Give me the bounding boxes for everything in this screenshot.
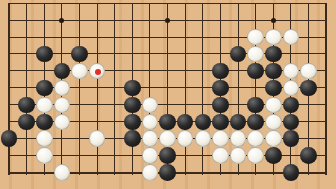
black-stone [265,46,282,63]
horizontal-grid-line [8,3,327,4]
white-stone [142,147,159,164]
white-stone [247,29,264,46]
white-stone [265,97,282,114]
black-stone [124,97,141,114]
white-stone [247,130,264,147]
white-stone [247,147,264,164]
black-stone [159,147,176,164]
white-stone [54,164,71,181]
black-stone [124,80,141,97]
black-stone [36,114,53,131]
vertical-grid-line [185,3,186,175]
black-stone [283,164,300,181]
white-stone [195,130,212,147]
black-stone [212,63,229,80]
black-stone [247,63,264,80]
white-stone [159,130,176,147]
black-stone [300,80,317,97]
black-stone [212,97,229,114]
star-point [165,18,170,23]
black-stone [71,46,88,63]
white-stone [212,147,229,164]
black-stone [124,114,141,131]
black-stone [247,114,264,131]
white-stone [54,97,71,114]
white-stone [265,114,282,131]
white-stone [36,147,53,164]
black-stone [18,97,35,114]
black-stone [247,97,264,114]
white-stone [212,130,229,147]
vertical-grid-line [79,3,80,175]
black-stone [212,114,229,131]
vertical-grid-line [26,3,27,175]
black-stone [300,147,317,164]
vertical-grid-line [202,3,203,175]
black-stone [18,114,35,131]
vertical-grid-line [97,3,98,175]
black-stone [283,130,300,147]
black-stone [195,114,212,131]
black-stone [36,80,53,97]
black-stone [265,147,282,164]
last-move-marker [95,69,101,75]
white-stone [36,130,53,147]
white-stone [300,63,317,80]
white-stone [265,29,282,46]
vertical-grid-line [325,3,327,175]
vertical-grid-line [114,3,115,175]
white-stone [71,63,88,80]
black-stone [265,63,282,80]
black-stone [159,114,176,131]
white-stone [247,46,264,63]
star-point [271,18,276,23]
black-stone [159,164,176,181]
vertical-grid-line [8,3,10,175]
black-stone [124,130,141,147]
black-stone [283,114,300,131]
go-board-screenshot [0,0,336,189]
black-stone [212,80,229,97]
black-stone [265,80,282,97]
white-stone [36,97,53,114]
white-stone [265,130,282,147]
star-point [59,18,64,23]
white-stone [142,164,159,181]
white-stone [54,114,71,131]
black-stone [36,46,53,63]
